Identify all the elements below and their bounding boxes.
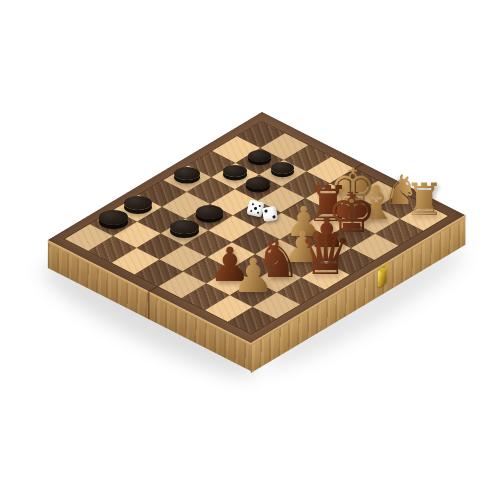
checker-disc[interactable] — [248, 150, 271, 162]
checker-disc[interactable] — [196, 205, 223, 219]
checker-disc[interactable] — [223, 165, 247, 177]
checker-disc[interactable] — [271, 162, 294, 174]
product-photo-scene: ♞♜♚♝♜♚♟♟♟♛♞♟♟ — [0, 0, 500, 500]
fold-seam-side — [148, 291, 150, 320]
chess-piece-light-rook[interactable]: ♜ — [402, 178, 447, 223]
checker-disc[interactable] — [170, 220, 199, 234]
die-pip — [271, 209, 274, 212]
die-pip — [266, 216, 269, 219]
die-pip — [253, 210, 256, 213]
die-2[interactable] — [262, 206, 278, 222]
die-pip — [272, 215, 275, 218]
chess-piece-light-pawn[interactable]: ♟ — [230, 252, 277, 299]
die-pip — [257, 211, 260, 214]
die-pip — [258, 204, 261, 207]
checker-disc[interactable] — [246, 177, 270, 189]
chess-piece-dark-queen[interactable]: ♛ — [295, 223, 356, 284]
die-pip — [265, 210, 268, 213]
die-pip — [255, 203, 258, 206]
die-pip — [257, 208, 260, 211]
